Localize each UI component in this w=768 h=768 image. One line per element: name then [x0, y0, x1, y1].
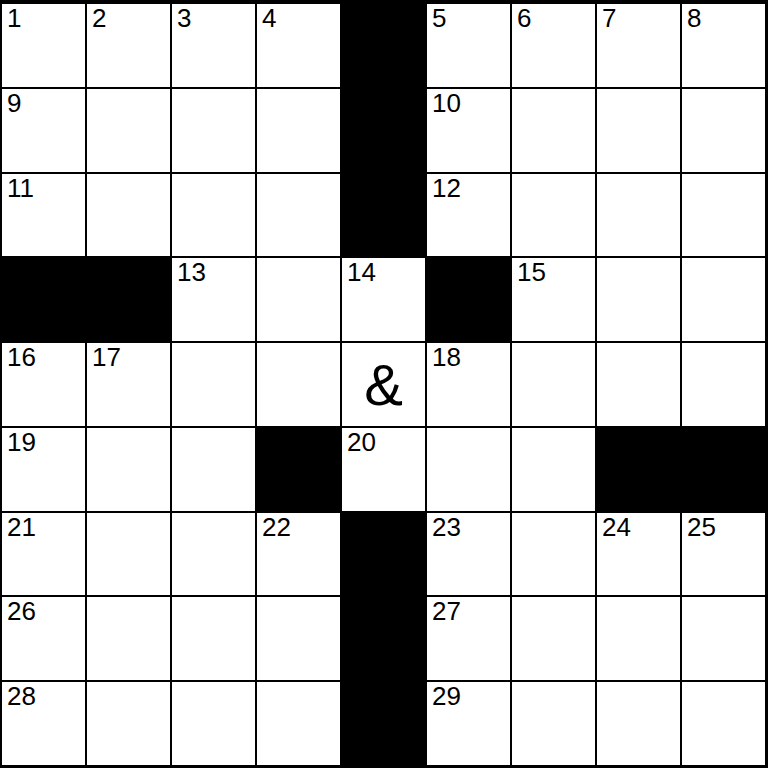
cell-r7c9[interactable]: 25 — [682, 513, 765, 596]
clue-number-3: 3 — [177, 5, 191, 32]
cell-r2c1[interactable]: 9 — [2, 89, 85, 172]
cell-r8c3[interactable] — [172, 597, 255, 680]
clue-number-25: 25 — [687, 514, 716, 541]
cell-r9c9[interactable] — [682, 682, 765, 765]
cell-r7c8[interactable]: 24 — [597, 513, 680, 596]
black-square-r1c5 — [342, 4, 425, 87]
cell-r5c5[interactable]: & — [342, 343, 425, 426]
cell-r3c9[interactable] — [682, 174, 765, 257]
cell-r1c8[interactable]: 7 — [597, 4, 680, 87]
cell-r5c9[interactable] — [682, 343, 765, 426]
cell-r8c1[interactable]: 26 — [2, 597, 85, 680]
clue-number-1: 1 — [7, 5, 21, 32]
black-square-r6c9 — [682, 428, 765, 511]
clue-number-5: 5 — [432, 5, 446, 32]
cell-r9c2[interactable] — [87, 682, 170, 765]
cell-r2c4[interactable] — [257, 89, 340, 172]
cell-r6c1[interactable]: 19 — [2, 428, 85, 511]
black-square-r9c5 — [342, 682, 425, 765]
black-square-r7c5 — [342, 513, 425, 596]
clue-number-6: 6 — [517, 5, 531, 32]
cell-r5c6[interactable]: 18 — [427, 343, 510, 426]
cell-r2c9[interactable] — [682, 89, 765, 172]
cell-r1c3[interactable]: 3 — [172, 4, 255, 87]
clue-number-16: 16 — [7, 344, 36, 371]
clue-number-8: 8 — [687, 5, 701, 32]
cell-r7c6[interactable]: 23 — [427, 513, 510, 596]
cell-r2c2[interactable] — [87, 89, 170, 172]
cell-r7c3[interactable] — [172, 513, 255, 596]
cell-r8c7[interactable] — [512, 597, 595, 680]
cell-r4c8[interactable] — [597, 258, 680, 341]
cell-r4c7[interactable]: 15 — [512, 258, 595, 341]
black-square-r4c1 — [2, 258, 85, 341]
cell-r8c2[interactable] — [87, 597, 170, 680]
cell-r6c2[interactable] — [87, 428, 170, 511]
clue-number-10: 10 — [432, 90, 461, 117]
clue-number-12: 12 — [432, 175, 461, 202]
clue-number-24: 24 — [602, 514, 631, 541]
clue-number-14: 14 — [347, 259, 376, 286]
clue-number-26: 26 — [7, 598, 36, 625]
cell-r8c6[interactable]: 27 — [427, 597, 510, 680]
cell-r4c5[interactable]: 14 — [342, 258, 425, 341]
cell-r7c4[interactable]: 22 — [257, 513, 340, 596]
clue-number-7: 7 — [602, 5, 616, 32]
cell-r2c3[interactable] — [172, 89, 255, 172]
cell-r3c3[interactable] — [172, 174, 255, 257]
cell-r6c5[interactable]: 20 — [342, 428, 425, 511]
cell-r8c4[interactable] — [257, 597, 340, 680]
black-square-r2c5 — [342, 89, 425, 172]
cell-r3c2[interactable] — [87, 174, 170, 257]
clue-number-23: 23 — [432, 514, 461, 541]
cell-r9c8[interactable] — [597, 682, 680, 765]
clue-number-17: 17 — [92, 344, 121, 371]
cell-r6c7[interactable] — [512, 428, 595, 511]
clue-number-13: 13 — [177, 259, 206, 286]
cell-r1c7[interactable]: 6 — [512, 4, 595, 87]
cell-r6c6[interactable] — [427, 428, 510, 511]
cell-r9c1[interactable]: 28 — [2, 682, 85, 765]
cell-r1c4[interactable]: 4 — [257, 4, 340, 87]
cell-r5c1[interactable]: 16 — [2, 343, 85, 426]
cell-r1c1[interactable]: 1 — [2, 4, 85, 87]
clue-number-4: 4 — [262, 5, 276, 32]
cell-r3c1[interactable]: 11 — [2, 174, 85, 257]
clue-number-19: 19 — [7, 429, 36, 456]
clue-number-27: 27 — [432, 598, 461, 625]
clue-number-20: 20 — [347, 429, 376, 456]
clue-number-18: 18 — [432, 344, 461, 371]
clue-number-22: 22 — [262, 514, 291, 541]
cell-r9c6[interactable]: 29 — [427, 682, 510, 765]
cell-r8c8[interactable] — [597, 597, 680, 680]
cell-r5c4[interactable] — [257, 343, 340, 426]
cell-r2c8[interactable] — [597, 89, 680, 172]
black-square-r6c8 — [597, 428, 680, 511]
black-square-r6c4 — [257, 428, 340, 511]
clue-number-2: 2 — [92, 5, 106, 32]
cell-letter-r5c5: & — [342, 343, 425, 426]
cell-r3c7[interactable] — [512, 174, 595, 257]
cell-r5c2[interactable]: 17 — [87, 343, 170, 426]
black-square-r8c5 — [342, 597, 425, 680]
cell-r7c7[interactable] — [512, 513, 595, 596]
cell-r9c3[interactable] — [172, 682, 255, 765]
cell-r9c4[interactable] — [257, 682, 340, 765]
cell-r1c9[interactable]: 8 — [682, 4, 765, 87]
cell-r6c3[interactable] — [172, 428, 255, 511]
crossword-puzzle: 1234567891011121314151617&18192021222324… — [0, 0, 768, 768]
crossword-board: 1234567891011121314151617&18192021222324… — [0, 0, 768, 768]
cell-r5c7[interactable] — [512, 343, 595, 426]
black-square-r3c5 — [342, 174, 425, 257]
cell-r9c7[interactable] — [512, 682, 595, 765]
cell-r1c2[interactable]: 2 — [87, 4, 170, 87]
black-square-r4c2 — [87, 258, 170, 341]
clue-number-29: 29 — [432, 683, 461, 710]
cell-r2c7[interactable] — [512, 89, 595, 172]
clue-number-15: 15 — [517, 259, 546, 286]
cell-r4c3[interactable]: 13 — [172, 258, 255, 341]
clue-number-11: 11 — [7, 175, 34, 202]
cell-r7c2[interactable] — [87, 513, 170, 596]
cell-r2c6[interactable]: 10 — [427, 89, 510, 172]
cell-r7c1[interactable]: 21 — [2, 513, 85, 596]
cell-r3c6[interactable]: 12 — [427, 174, 510, 257]
clue-number-9: 9 — [7, 90, 21, 117]
cell-r3c4[interactable] — [257, 174, 340, 257]
clue-number-21: 21 — [7, 514, 36, 541]
cell-r4c4[interactable] — [257, 258, 340, 341]
black-square-r4c6 — [427, 258, 510, 341]
clue-number-28: 28 — [7, 683, 36, 710]
cell-r5c3[interactable] — [172, 343, 255, 426]
cell-r5c8[interactable] — [597, 343, 680, 426]
cell-r3c8[interactable] — [597, 174, 680, 257]
cell-r8c9[interactable] — [682, 597, 765, 680]
cell-r1c6[interactable]: 5 — [427, 4, 510, 87]
cell-r4c9[interactable] — [682, 258, 765, 341]
